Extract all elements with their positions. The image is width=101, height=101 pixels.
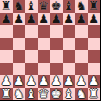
black-rook-h8[interactable]: ♜ (88, 0, 99, 13)
square-c8[interactable]: ♝ (25, 0, 38, 13)
square-a1[interactable]: ♜ (0, 88, 13, 101)
square-g1[interactable]: ♞ (75, 88, 88, 101)
square-e2[interactable]: ♟ (50, 75, 63, 88)
square-d7[interactable]: ♟ (38, 13, 51, 26)
square-h6[interactable] (88, 25, 101, 38)
square-b1[interactable]: ♞ (13, 88, 26, 101)
square-h4[interactable] (88, 50, 101, 63)
white-pawn-e2[interactable]: ♟ (51, 75, 62, 88)
black-bishop-c8[interactable]: ♝ (26, 0, 37, 13)
square-h2[interactable]: ♟ (88, 75, 101, 88)
square-h3[interactable] (88, 63, 101, 76)
square-c4[interactable] (25, 50, 38, 63)
square-e1[interactable]: ♚ (50, 88, 63, 101)
white-pawn-b2[interactable]: ♟ (13, 75, 24, 88)
black-pawn-h7[interactable]: ♟ (88, 13, 99, 26)
white-queen-d1[interactable]: ♛ (38, 88, 49, 101)
square-d3[interactable] (38, 63, 51, 76)
white-bishop-f1[interactable]: ♝ (63, 88, 74, 101)
square-e4[interactable] (50, 50, 63, 63)
square-f8[interactable]: ♝ (63, 0, 76, 13)
square-g5[interactable] (75, 38, 88, 51)
square-e5[interactable] (50, 38, 63, 51)
square-f2[interactable]: ♟ (63, 75, 76, 88)
black-pawn-g7[interactable]: ♟ (76, 13, 87, 26)
square-e7[interactable]: ♟ (50, 13, 63, 26)
square-c6[interactable] (25, 25, 38, 38)
black-bishop-f8[interactable]: ♝ (63, 0, 74, 13)
square-h5[interactable] (88, 38, 101, 51)
white-rook-h1[interactable]: ♜ (88, 88, 99, 101)
square-a4[interactable] (0, 50, 13, 63)
black-queen-d8[interactable]: ♛ (38, 0, 49, 13)
square-g8[interactable]: ♞ (75, 0, 88, 13)
square-b8[interactable]: ♞ (13, 0, 26, 13)
square-c7[interactable]: ♟ (25, 13, 38, 26)
square-b2[interactable]: ♟ (13, 75, 26, 88)
white-pawn-g2[interactable]: ♟ (76, 75, 87, 88)
white-pawn-c2[interactable]: ♟ (26, 75, 37, 88)
square-g7[interactable]: ♟ (75, 13, 88, 26)
black-king-e8[interactable]: ♚ (51, 0, 62, 13)
white-bishop-c1[interactable]: ♝ (26, 88, 37, 101)
square-a6[interactable] (0, 25, 13, 38)
square-f3[interactable] (63, 63, 76, 76)
square-f6[interactable] (63, 25, 76, 38)
square-d8[interactable]: ♛ (38, 0, 51, 13)
square-f4[interactable] (63, 50, 76, 63)
square-f1[interactable]: ♝ (63, 88, 76, 101)
square-c2[interactable]: ♟ (25, 75, 38, 88)
square-b5[interactable] (13, 38, 26, 51)
white-rook-a1[interactable]: ♜ (1, 88, 12, 101)
white-king-e1[interactable]: ♚ (51, 88, 62, 101)
square-c1[interactable]: ♝ (25, 88, 38, 101)
square-d6[interactable] (38, 25, 51, 38)
square-h7[interactable]: ♟ (88, 13, 101, 26)
chess-board: ♜♞♝♛♚♝♞♜♟♟♟♟♟♟♟♟♟♟♟♟♟♟♟♟♜♞♝♛♚♝♞♜ (0, 0, 100, 100)
square-e8[interactable]: ♚ (50, 0, 63, 13)
square-b3[interactable] (13, 63, 26, 76)
white-pawn-d2[interactable]: ♟ (38, 75, 49, 88)
square-g3[interactable] (75, 63, 88, 76)
square-c5[interactable] (25, 38, 38, 51)
black-knight-g8[interactable]: ♞ (76, 0, 87, 13)
black-pawn-d7[interactable]: ♟ (38, 13, 49, 26)
square-h1[interactable]: ♜ (88, 88, 101, 101)
square-g6[interactable] (75, 25, 88, 38)
black-pawn-c7[interactable]: ♟ (26, 13, 37, 26)
square-a7[interactable]: ♟ (0, 13, 13, 26)
white-pawn-a2[interactable]: ♟ (1, 75, 12, 88)
white-knight-b1[interactable]: ♞ (13, 88, 24, 101)
black-rook-a8[interactable]: ♜ (1, 0, 12, 13)
black-pawn-a7[interactable]: ♟ (1, 13, 12, 26)
square-f5[interactable] (63, 38, 76, 51)
square-c3[interactable] (25, 63, 38, 76)
white-knight-g1[interactable]: ♞ (76, 88, 87, 101)
square-f7[interactable]: ♟ (63, 13, 76, 26)
square-b4[interactable] (13, 50, 26, 63)
black-pawn-e7[interactable]: ♟ (51, 13, 62, 26)
black-knight-b8[interactable]: ♞ (13, 0, 24, 13)
black-pawn-f7[interactable]: ♟ (63, 13, 74, 26)
square-d2[interactable]: ♟ (38, 75, 51, 88)
square-d5[interactable] (38, 38, 51, 51)
square-h8[interactable]: ♜ (88, 0, 101, 13)
square-b7[interactable]: ♟ (13, 13, 26, 26)
black-pawn-b7[interactable]: ♟ (13, 13, 24, 26)
square-a3[interactable] (0, 63, 13, 76)
square-a2[interactable]: ♟ (0, 75, 13, 88)
white-pawn-f2[interactable]: ♟ (63, 75, 74, 88)
square-g4[interactable] (75, 50, 88, 63)
square-d1[interactable]: ♛ (38, 88, 51, 101)
square-a5[interactable] (0, 38, 13, 51)
square-g2[interactable]: ♟ (75, 75, 88, 88)
square-d4[interactable] (38, 50, 51, 63)
square-a8[interactable]: ♜ (0, 0, 13, 13)
square-b6[interactable] (13, 25, 26, 38)
square-e3[interactable] (50, 63, 63, 76)
white-pawn-h2[interactable]: ♟ (88, 75, 99, 88)
square-e6[interactable] (50, 25, 63, 38)
